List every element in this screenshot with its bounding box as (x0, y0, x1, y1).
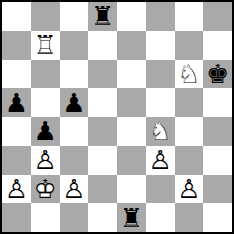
square-e2[interactable] (117, 175, 146, 204)
square-c8[interactable] (60, 2, 89, 31)
square-c7[interactable] (60, 31, 89, 60)
square-b2[interactable]: ♚♔ (31, 175, 60, 204)
square-g8[interactable] (175, 2, 204, 31)
square-e7[interactable] (117, 31, 146, 60)
king-icon: ♔ (31, 175, 60, 204)
square-f2[interactable] (146, 175, 175, 204)
square-c4[interactable] (60, 117, 89, 146)
square-d1[interactable] (88, 203, 117, 232)
square-f8[interactable] (146, 2, 175, 31)
knight-icon: ♘ (175, 60, 204, 89)
pawn-icon: ♙ (31, 146, 60, 175)
piece-white-pawn-c2: ♟♙ (60, 175, 89, 204)
square-g2[interactable]: ♟♙ (175, 175, 204, 204)
square-h3[interactable] (203, 146, 232, 175)
square-e6[interactable] (117, 60, 146, 89)
square-e4[interactable] (117, 117, 146, 146)
square-b1[interactable] (31, 203, 60, 232)
square-c5[interactable]: ♟ (60, 88, 89, 117)
piece-black-king-h6: ♚ (203, 60, 232, 89)
square-f5[interactable] (146, 88, 175, 117)
piece-black-pawn-a5: ♟ (2, 88, 31, 117)
square-d7[interactable] (88, 31, 117, 60)
square-h5[interactable] (203, 88, 232, 117)
square-c6[interactable] (60, 60, 89, 89)
rook-icon: ♜ (88, 2, 117, 31)
piece-white-pawn-g2: ♟♙ (175, 175, 204, 204)
square-g1[interactable] (175, 203, 204, 232)
square-g4[interactable] (175, 117, 204, 146)
square-c1[interactable] (60, 203, 89, 232)
square-h4[interactable] (203, 117, 232, 146)
pawn-icon: ♟ (2, 88, 31, 117)
square-d8[interactable]: ♜ (88, 2, 117, 31)
square-a5[interactable]: ♟ (2, 88, 31, 117)
square-b4[interactable]: ♟ (31, 117, 60, 146)
pawn-icon: ♙ (175, 175, 204, 204)
chess-board: ♜♜♖♞♘♚♟♟♟♞♘♟♙♟♙♟♙♚♔♟♙♟♙♜ (0, 0, 234, 234)
square-d4[interactable] (88, 117, 117, 146)
square-d2[interactable] (88, 175, 117, 204)
square-h6[interactable]: ♚ (203, 60, 232, 89)
square-f3[interactable]: ♟♙ (146, 146, 175, 175)
square-a7[interactable] (2, 31, 31, 60)
piece-white-king-b2: ♚♔ (31, 175, 60, 204)
piece-white-pawn-a2: ♟♙ (2, 175, 31, 204)
square-f1[interactable] (146, 203, 175, 232)
square-g6[interactable]: ♞♘ (175, 60, 204, 89)
square-h1[interactable] (203, 203, 232, 232)
square-b3[interactable]: ♟♙ (31, 146, 60, 175)
king-icon: ♚ (203, 60, 232, 89)
piece-white-knight-f4: ♞♘ (146, 117, 175, 146)
piece-white-pawn-b3: ♟♙ (31, 146, 60, 175)
piece-white-rook-b7: ♜♖ (31, 31, 60, 60)
square-c2[interactable]: ♟♙ (60, 175, 89, 204)
square-g7[interactable] (175, 31, 204, 60)
pawn-icon: ♟ (31, 117, 60, 146)
board-grid: ♜♜♖♞♘♚♟♟♟♞♘♟♙♟♙♟♙♚♔♟♙♟♙♜ (2, 2, 232, 232)
square-e3[interactable] (117, 146, 146, 175)
rook-icon: ♖ (31, 31, 60, 60)
square-d6[interactable] (88, 60, 117, 89)
square-a4[interactable] (2, 117, 31, 146)
square-a2[interactable]: ♟♙ (2, 175, 31, 204)
square-f6[interactable] (146, 60, 175, 89)
knight-icon: ♘ (146, 117, 175, 146)
square-f4[interactable]: ♞♘ (146, 117, 175, 146)
square-a1[interactable] (2, 203, 31, 232)
square-a6[interactable] (2, 60, 31, 89)
square-e5[interactable] (117, 88, 146, 117)
square-h7[interactable] (203, 31, 232, 60)
pawn-icon: ♙ (60, 175, 89, 204)
square-e8[interactable] (117, 2, 146, 31)
piece-white-pawn-f3: ♟♙ (146, 146, 175, 175)
square-b6[interactable] (31, 60, 60, 89)
piece-black-pawn-c5: ♟ (60, 88, 89, 117)
piece-black-pawn-b4: ♟ (31, 117, 60, 146)
pawn-icon: ♟ (60, 88, 89, 117)
square-d5[interactable] (88, 88, 117, 117)
piece-black-rook-e1: ♜ (117, 203, 146, 232)
pawn-icon: ♙ (2, 175, 31, 204)
square-f7[interactable] (146, 31, 175, 60)
square-g3[interactable] (175, 146, 204, 175)
square-h2[interactable] (203, 175, 232, 204)
square-h8[interactable] (203, 2, 232, 31)
square-d3[interactable] (88, 146, 117, 175)
rook-icon: ♜ (117, 203, 146, 232)
pawn-icon: ♙ (146, 146, 175, 175)
piece-white-knight-g6: ♞♘ (175, 60, 204, 89)
square-b5[interactable] (31, 88, 60, 117)
square-g5[interactable] (175, 88, 204, 117)
square-e1[interactable]: ♜ (117, 203, 146, 232)
square-b7[interactable]: ♜♖ (31, 31, 60, 60)
square-a3[interactable] (2, 146, 31, 175)
piece-black-rook-d8: ♜ (88, 2, 117, 31)
square-c3[interactable] (60, 146, 89, 175)
square-a8[interactable] (2, 2, 31, 31)
square-b8[interactable] (31, 2, 60, 31)
